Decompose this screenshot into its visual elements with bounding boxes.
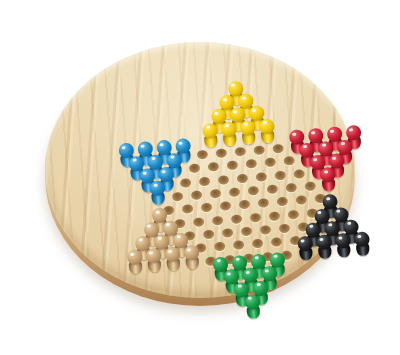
peg-red[interactable] <box>319 167 338 192</box>
peg-blue[interactable] <box>148 181 167 206</box>
hole[interactable] <box>213 242 225 252</box>
hole[interactable] <box>182 204 194 214</box>
hole[interactable] <box>251 239 263 249</box>
hole[interactable] <box>222 228 234 238</box>
hole[interactable] <box>232 241 244 251</box>
peg-natural[interactable] <box>163 247 182 272</box>
hole[interactable] <box>234 146 246 156</box>
peg-yellow[interactable] <box>220 121 239 146</box>
peg-yellow[interactable] <box>201 123 220 148</box>
peg-black[interactable] <box>334 233 353 258</box>
peg-green[interactable] <box>243 294 262 319</box>
board <box>45 42 355 298</box>
hole[interactable] <box>171 192 183 202</box>
hole[interactable] <box>209 189 221 199</box>
chinese-checkers-scene <box>0 0 400 355</box>
hole[interactable] <box>266 184 278 194</box>
peg-yellow[interactable] <box>239 120 258 145</box>
hole[interactable] <box>260 225 272 235</box>
hole[interactable] <box>253 145 265 155</box>
hole[interactable] <box>249 212 261 222</box>
hole[interactable] <box>268 211 280 221</box>
peg-natural[interactable] <box>182 245 201 270</box>
hole[interactable] <box>197 149 209 159</box>
hole[interactable] <box>203 230 215 240</box>
peg-black[interactable] <box>315 235 334 260</box>
hole[interactable] <box>293 169 305 179</box>
hole[interactable] <box>237 173 249 183</box>
hole[interactable] <box>241 227 253 237</box>
hole[interactable] <box>220 201 232 211</box>
hole[interactable] <box>228 187 240 197</box>
peg-yellow[interactable] <box>258 118 277 143</box>
peg-black[interactable] <box>296 236 315 261</box>
hole[interactable] <box>277 197 289 207</box>
hole[interactable] <box>226 161 238 171</box>
hole[interactable] <box>192 217 204 227</box>
hole[interactable] <box>230 214 242 224</box>
hole[interactable] <box>216 148 228 158</box>
peg-natural[interactable] <box>125 250 144 275</box>
hole[interactable] <box>255 172 267 182</box>
hole[interactable] <box>218 175 230 185</box>
hole[interactable] <box>180 178 192 188</box>
hole[interactable] <box>274 170 286 180</box>
hole[interactable] <box>190 190 202 200</box>
hole[interactable] <box>283 156 295 166</box>
hole[interactable] <box>272 144 284 154</box>
peg-grid <box>112 82 376 329</box>
hole[interactable] <box>245 159 257 169</box>
hole[interactable] <box>270 238 282 248</box>
hole[interactable] <box>279 224 291 234</box>
hole[interactable] <box>287 210 299 220</box>
peg-natural[interactable] <box>144 248 163 273</box>
hole[interactable] <box>285 183 297 193</box>
hole[interactable] <box>188 164 200 174</box>
hole[interactable] <box>207 162 219 172</box>
peg-black[interactable] <box>353 232 372 257</box>
hole[interactable] <box>295 195 307 205</box>
hole[interactable] <box>247 186 259 196</box>
hole[interactable] <box>211 215 223 225</box>
hole[interactable] <box>304 181 316 191</box>
hole[interactable] <box>258 198 270 208</box>
hole[interactable] <box>199 176 211 186</box>
hole[interactable] <box>239 200 251 210</box>
hole[interactable] <box>264 158 276 168</box>
hole[interactable] <box>201 203 213 213</box>
